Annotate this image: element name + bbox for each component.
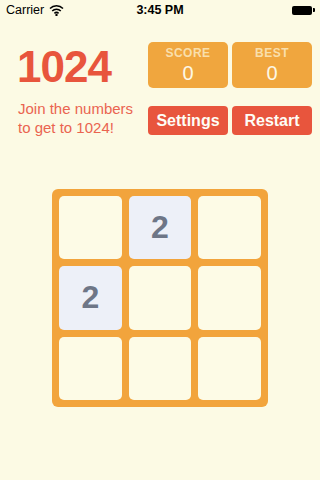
score-value: 0 [182,62,193,85]
settings-button[interactable]: Settings [148,106,228,135]
subtitle: Join the numbers to get to 1024! [18,99,133,137]
best-label: BEST [255,46,289,60]
tile-cell [129,266,192,329]
tile-cell [59,196,122,259]
status-time: 3:45 PM [0,3,320,17]
status-bar: Carrier 3:45 PM [0,0,320,20]
score-label: SCORE [165,46,210,60]
tile-cell [129,337,192,400]
best-value: 0 [266,62,277,85]
page-title: 1024 [17,42,111,92]
app-screen: Carrier 3:45 PM 1024 Join the numbers to… [0,0,320,480]
subtitle-line1: Join the numbers [18,99,133,118]
tile-cell [198,266,261,329]
restart-button[interactable]: Restart [232,106,312,135]
tile-cell: 2 [129,196,192,259]
tile-cell [59,337,122,400]
score-box: SCORE 0 [148,42,228,88]
tile-cell: 2 [59,266,122,329]
subtitle-line2: to get to 1024! [18,118,133,137]
best-box: BEST 0 [232,42,312,88]
game-board[interactable]: 2 2 [52,189,268,407]
battery-icon [292,6,312,15]
tile-cell [198,337,261,400]
tile-cell [198,196,261,259]
